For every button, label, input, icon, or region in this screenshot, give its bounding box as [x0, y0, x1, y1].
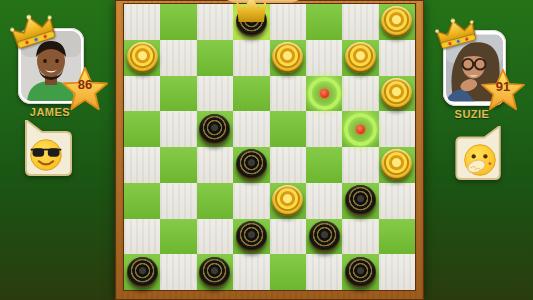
square-r5c1: [160, 183, 196, 219]
checker-gold[interactable]: [272, 42, 303, 73]
player-right-score-badge: 91: [481, 69, 525, 111]
square-r5c2[interactable]: [197, 183, 233, 219]
square-r4c3[interactable]: [233, 147, 269, 183]
square-r0c2: [197, 4, 233, 40]
square-r4c6: [342, 147, 378, 183]
square-r2c6: [342, 76, 378, 112]
square-r7c0[interactable]: [124, 254, 160, 290]
square-r5c3: [233, 183, 269, 219]
square-r3c2[interactable]: [197, 111, 233, 147]
square-r5c4[interactable]: [270, 183, 306, 219]
square-r2c5[interactable]: [306, 76, 342, 112]
move-target-indicator[interactable]: [308, 77, 341, 110]
square-r1c5: [306, 40, 342, 76]
square-r7c3: [233, 254, 269, 290]
square-r6c0: [124, 219, 160, 255]
board-grid: [124, 4, 415, 290]
square-r4c4: [270, 147, 306, 183]
square-r1c1: [160, 40, 196, 76]
square-r7c4[interactable]: [270, 254, 306, 290]
target-dot: [320, 89, 329, 98]
checker-gold[interactable]: [381, 78, 412, 109]
square-r0c3[interactable]: [233, 4, 269, 40]
square-r0c1[interactable]: [160, 4, 196, 40]
square-r7c2[interactable]: [197, 254, 233, 290]
checker-gold[interactable]: [127, 42, 158, 73]
square-r7c6[interactable]: [342, 254, 378, 290]
square-r6c1[interactable]: [160, 219, 196, 255]
checker-gold[interactable]: [381, 149, 412, 180]
square-r3c6[interactable]: [342, 111, 378, 147]
game-screen: 86 JAMES: [0, 0, 533, 300]
checker-dark[interactable]: [199, 257, 230, 288]
target-dot: [356, 125, 365, 134]
sunglasses-emoji-icon: [28, 137, 64, 173]
square-r1c0[interactable]: [124, 40, 160, 76]
player-right-score: 91: [481, 79, 525, 94]
checker-dark[interactable]: [236, 149, 267, 180]
square-r6c3[interactable]: [233, 219, 269, 255]
checker-gold[interactable]: [381, 6, 412, 37]
square-r4c7[interactable]: [379, 147, 415, 183]
square-r4c0: [124, 147, 160, 183]
square-r0c6: [342, 4, 378, 40]
square-r6c4: [270, 219, 306, 255]
player-left-score-badge: 86: [62, 67, 108, 111]
square-r2c3[interactable]: [233, 76, 269, 112]
checker-dark[interactable]: [236, 221, 267, 252]
square-r5c0[interactable]: [124, 183, 160, 219]
player-left-score: 86: [62, 77, 108, 92]
king-crown-icon: [236, 0, 266, 22]
square-r2c2: [197, 76, 233, 112]
square-r3c0[interactable]: [124, 111, 160, 147]
checker-gold[interactable]: [345, 42, 376, 73]
checker-dark[interactable]: [127, 257, 158, 288]
move-target-indicator[interactable]: [344, 113, 377, 146]
square-r4c5[interactable]: [306, 147, 342, 183]
square-r2c7[interactable]: [379, 76, 415, 112]
square-r4c1[interactable]: [160, 147, 196, 183]
square-r2c1[interactable]: [160, 76, 196, 112]
square-r1c3: [233, 40, 269, 76]
square-r4c2: [197, 147, 233, 183]
square-r0c0: [124, 4, 160, 40]
square-r7c7: [379, 254, 415, 290]
square-r6c7[interactable]: [379, 219, 415, 255]
square-r1c6[interactable]: [342, 40, 378, 76]
square-r0c7[interactable]: [379, 4, 415, 40]
square-r3c5: [306, 111, 342, 147]
square-r2c4: [270, 76, 306, 112]
square-r5c5: [306, 183, 342, 219]
square-r3c3: [233, 111, 269, 147]
square-r1c2[interactable]: [197, 40, 233, 76]
checker-gold[interactable]: [272, 185, 303, 216]
square-r6c5[interactable]: [306, 219, 342, 255]
checker-dark[interactable]: [309, 221, 340, 252]
square-r3c4[interactable]: [270, 111, 306, 147]
square-r6c2: [197, 219, 233, 255]
checkers-board: [115, 0, 424, 300]
player-right-emote-bubble[interactable]: [455, 126, 506, 181]
player-left-emote-bubble[interactable]: [20, 120, 72, 177]
square-r6c6: [342, 219, 378, 255]
square-r5c6[interactable]: [342, 183, 378, 219]
square-r1c4[interactable]: [270, 40, 306, 76]
square-r7c1: [160, 254, 196, 290]
square-r5c7: [379, 183, 415, 219]
checker-dark[interactable]: [345, 257, 376, 288]
checker-dark[interactable]: [199, 114, 230, 145]
square-r7c5: [306, 254, 342, 290]
square-r1c7: [379, 40, 415, 76]
square-r3c7: [379, 111, 415, 147]
square-r2c0: [124, 76, 160, 112]
square-r3c1: [160, 111, 196, 147]
checker-dark-king[interactable]: [236, 6, 267, 37]
checker-dark[interactable]: [345, 185, 376, 216]
square-r0c5[interactable]: [306, 4, 342, 40]
square-r0c4: [270, 4, 306, 40]
hand-over-mouth-emoji-icon: [462, 142, 498, 178]
